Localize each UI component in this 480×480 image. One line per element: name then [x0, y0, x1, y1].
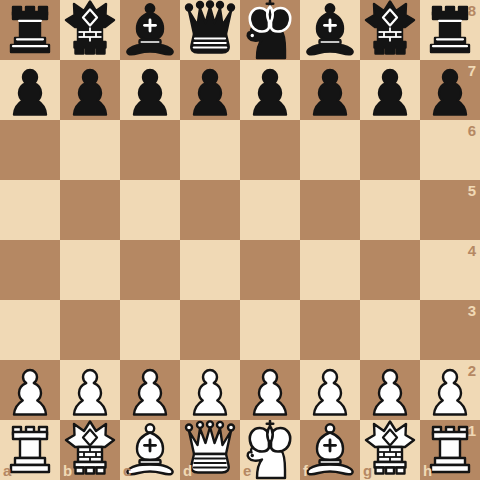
square-f5[interactable]: [300, 180, 360, 240]
piece-white-pawn[interactable]: [60, 360, 120, 420]
square-f2[interactable]: [300, 360, 360, 420]
square-h2[interactable]: 2: [420, 360, 480, 420]
square-c6[interactable]: [120, 120, 180, 180]
square-a1[interactable]: a: [0, 420, 60, 480]
piece-black-knight[interactable]: [60, 0, 120, 60]
square-b2[interactable]: [60, 360, 120, 420]
piece-white-bishop[interactable]: [120, 420, 180, 480]
square-h3[interactable]: 3: [420, 300, 480, 360]
square-g1[interactable]: g: [360, 420, 420, 480]
square-e2[interactable]: [240, 360, 300, 420]
square-f7[interactable]: [300, 60, 360, 120]
square-d2[interactable]: [180, 360, 240, 420]
piece-black-pawn[interactable]: [120, 60, 180, 120]
square-b7[interactable]: [60, 60, 120, 120]
coord-rank-6: 6: [468, 123, 476, 138]
square-g8[interactable]: [360, 0, 420, 60]
square-c3[interactable]: [120, 300, 180, 360]
square-d4[interactable]: [180, 240, 240, 300]
square-a2[interactable]: [0, 360, 60, 420]
piece-black-rook[interactable]: [0, 0, 60, 60]
square-d6[interactable]: [180, 120, 240, 180]
square-e7[interactable]: [240, 60, 300, 120]
square-d7[interactable]: [180, 60, 240, 120]
square-b5[interactable]: [60, 180, 120, 240]
coord-rank-4: 4: [468, 243, 476, 258]
square-b4[interactable]: [60, 240, 120, 300]
square-g2[interactable]: [360, 360, 420, 420]
piece-black-pawn[interactable]: [60, 60, 120, 120]
square-e6[interactable]: [240, 120, 300, 180]
piece-white-pawn[interactable]: [420, 360, 480, 420]
square-e5[interactable]: [240, 180, 300, 240]
piece-white-king[interactable]: [240, 420, 300, 480]
square-h5[interactable]: 5: [420, 180, 480, 240]
square-h8[interactable]: 8: [420, 0, 480, 60]
square-c8[interactable]: [120, 0, 180, 60]
square-g3[interactable]: [360, 300, 420, 360]
piece-black-knight[interactable]: [360, 0, 420, 60]
piece-white-pawn[interactable]: [0, 360, 60, 420]
piece-black-pawn[interactable]: [180, 60, 240, 120]
square-e3[interactable]: [240, 300, 300, 360]
square-b8[interactable]: [60, 0, 120, 60]
coord-rank-3: 3: [468, 303, 476, 318]
square-d1[interactable]: d: [180, 420, 240, 480]
square-a8[interactable]: [0, 0, 60, 60]
square-h6[interactable]: 6: [420, 120, 480, 180]
piece-black-bishop[interactable]: [120, 0, 180, 60]
piece-white-pawn[interactable]: [240, 360, 300, 420]
piece-white-pawn[interactable]: [120, 360, 180, 420]
piece-white-pawn[interactable]: [300, 360, 360, 420]
square-d3[interactable]: [180, 300, 240, 360]
square-b6[interactable]: [60, 120, 120, 180]
square-a3[interactable]: [0, 300, 60, 360]
coord-rank-5: 5: [468, 183, 476, 198]
square-d8[interactable]: [180, 0, 240, 60]
piece-black-pawn[interactable]: [360, 60, 420, 120]
square-c4[interactable]: [120, 240, 180, 300]
square-g4[interactable]: [360, 240, 420, 300]
square-a5[interactable]: [0, 180, 60, 240]
piece-white-knight[interactable]: [60, 420, 120, 480]
piece-white-queen[interactable]: [180, 420, 240, 480]
chess-board: 8765432 a b: [0, 0, 480, 480]
square-f3[interactable]: [300, 300, 360, 360]
square-e4[interactable]: [240, 240, 300, 300]
square-a7[interactable]: [0, 60, 60, 120]
piece-black-rook[interactable]: [420, 0, 480, 60]
piece-white-knight[interactable]: [360, 420, 420, 480]
square-e1[interactable]: e: [240, 420, 300, 480]
square-c1[interactable]: c: [120, 420, 180, 480]
square-f1[interactable]: f: [300, 420, 360, 480]
piece-white-pawn[interactable]: [180, 360, 240, 420]
square-f8[interactable]: [300, 0, 360, 60]
square-g6[interactable]: [360, 120, 420, 180]
square-g7[interactable]: [360, 60, 420, 120]
square-b1[interactable]: b: [60, 420, 120, 480]
square-h4[interactable]: 4: [420, 240, 480, 300]
square-e8[interactable]: [240, 0, 300, 60]
square-h7[interactable]: 7: [420, 60, 480, 120]
piece-black-bishop[interactable]: [300, 0, 360, 60]
piece-black-pawn[interactable]: [240, 60, 300, 120]
square-a6[interactable]: [0, 120, 60, 180]
square-c2[interactable]: [120, 360, 180, 420]
piece-white-rook[interactable]: [0, 420, 60, 480]
square-c5[interactable]: [120, 180, 180, 240]
square-h1[interactable]: h1: [420, 420, 480, 480]
square-f6[interactable]: [300, 120, 360, 180]
square-c7[interactable]: [120, 60, 180, 120]
square-a4[interactable]: [0, 240, 60, 300]
piece-white-pawn[interactable]: [360, 360, 420, 420]
piece-black-pawn[interactable]: [420, 60, 480, 120]
square-b3[interactable]: [60, 300, 120, 360]
piece-black-pawn[interactable]: [0, 60, 60, 120]
piece-black-queen[interactable]: [180, 0, 240, 60]
piece-black-pawn[interactable]: [300, 60, 360, 120]
square-g5[interactable]: [360, 180, 420, 240]
square-d5[interactable]: [180, 180, 240, 240]
piece-black-king[interactable]: [240, 0, 300, 60]
piece-white-bishop[interactable]: [300, 420, 360, 480]
piece-white-rook[interactable]: [420, 420, 480, 480]
square-f4[interactable]: [300, 240, 360, 300]
